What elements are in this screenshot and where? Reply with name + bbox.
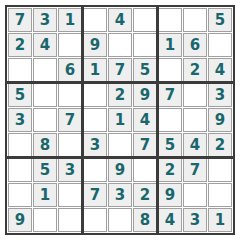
cell-r8c5: 3 <box>108 183 132 207</box>
cell-r2c9[interactable] <box>208 33 232 57</box>
box-divider-horizontal-1 <box>7 81 233 84</box>
cell-r4c5: 2 <box>108 83 132 107</box>
sudoku-page: 7314524916617524529733714983754253927173… <box>0 0 240 240</box>
cell-r7c6[interactable] <box>133 158 157 182</box>
cell-r2c2: 4 <box>33 33 57 57</box>
cell-r3c1[interactable] <box>8 58 32 82</box>
cell-r6c4: 3 <box>83 133 107 157</box>
cell-r4c4[interactable] <box>83 83 107 107</box>
cell-r7c5: 9 <box>108 158 132 182</box>
cell-r5c3: 7 <box>58 108 82 132</box>
cell-r9c9: 1 <box>208 208 232 232</box>
cell-r1c8[interactable] <box>183 8 207 32</box>
cell-r7c7: 2 <box>158 158 182 182</box>
cell-r1c7[interactable] <box>158 8 182 32</box>
cell-r8c3[interactable] <box>58 183 82 207</box>
cell-r5c8[interactable] <box>183 108 207 132</box>
cell-r2c8: 6 <box>183 33 207 57</box>
cell-r4c7: 7 <box>158 83 182 107</box>
cell-r6c6: 7 <box>133 133 157 157</box>
cell-r5c5: 1 <box>108 108 132 132</box>
cell-r6c3[interactable] <box>58 133 82 157</box>
sudoku-board: 7314524916617524529733714983754253927173… <box>5 5 235 235</box>
cell-r9c3[interactable] <box>58 208 82 232</box>
cell-r4c6: 9 <box>133 83 157 107</box>
cell-r6c8: 4 <box>183 133 207 157</box>
cell-r7c8: 7 <box>183 158 207 182</box>
cell-r1c6[interactable] <box>133 8 157 32</box>
cell-r9c2[interactable] <box>33 208 57 232</box>
cell-r2c7: 1 <box>158 33 182 57</box>
cell-r6c7: 5 <box>158 133 182 157</box>
cell-r5c2[interactable] <box>33 108 57 132</box>
cell-r3c3: 6 <box>58 58 82 82</box>
cell-r1c4[interactable] <box>83 8 107 32</box>
cell-r3c8: 2 <box>183 58 207 82</box>
cell-r4c2[interactable] <box>33 83 57 107</box>
cell-r1c9: 5 <box>208 8 232 32</box>
cell-r7c9[interactable] <box>208 158 232 182</box>
cell-r3c6: 5 <box>133 58 157 82</box>
cell-r7c1[interactable] <box>8 158 32 182</box>
cell-r3c4: 1 <box>83 58 107 82</box>
cell-r5c6: 4 <box>133 108 157 132</box>
cell-r3c5: 7 <box>108 58 132 82</box>
cell-r2c4: 9 <box>83 33 107 57</box>
cell-r3c2[interactable] <box>33 58 57 82</box>
cell-r9c4[interactable] <box>83 208 107 232</box>
cell-r9c6: 8 <box>133 208 157 232</box>
cell-r4c8[interactable] <box>183 83 207 107</box>
cell-r1c3: 1 <box>58 8 82 32</box>
cell-r2c1: 2 <box>8 33 32 57</box>
cell-r3c9: 4 <box>208 58 232 82</box>
cell-r1c1: 7 <box>8 8 32 32</box>
cell-r8c6: 2 <box>133 183 157 207</box>
box-divider-horizontal-2 <box>7 156 233 159</box>
cell-r6c1[interactable] <box>8 133 32 157</box>
cell-r9c8: 3 <box>183 208 207 232</box>
cell-r7c4[interactable] <box>83 158 107 182</box>
cell-r6c9: 2 <box>208 133 232 157</box>
cell-r4c9: 3 <box>208 83 232 107</box>
cell-r5c7[interactable] <box>158 108 182 132</box>
cell-r2c5[interactable] <box>108 33 132 57</box>
box-divider-vertical-1 <box>81 7 84 233</box>
cell-r9c1: 9 <box>8 208 32 232</box>
cell-r7c2: 5 <box>33 158 57 182</box>
cell-r4c1: 5 <box>8 83 32 107</box>
cell-r9c5[interactable] <box>108 208 132 232</box>
cell-r8c1[interactable] <box>8 183 32 207</box>
box-divider-vertical-2 <box>156 7 159 233</box>
cell-r2c6[interactable] <box>133 33 157 57</box>
cell-r9c7: 4 <box>158 208 182 232</box>
cell-r6c5[interactable] <box>108 133 132 157</box>
cell-r5c9: 9 <box>208 108 232 132</box>
cell-r8c4: 7 <box>83 183 107 207</box>
cell-r5c1: 3 <box>8 108 32 132</box>
cell-r2c3[interactable] <box>58 33 82 57</box>
cell-r7c3: 3 <box>58 158 82 182</box>
cell-r5c4[interactable] <box>83 108 107 132</box>
cell-r1c5: 4 <box>108 8 132 32</box>
cell-r8c7: 9 <box>158 183 182 207</box>
cell-r8c8[interactable] <box>183 183 207 207</box>
cell-r8c9[interactable] <box>208 183 232 207</box>
cell-r1c2: 3 <box>33 8 57 32</box>
cell-r3c7[interactable] <box>158 58 182 82</box>
cell-r6c2: 8 <box>33 133 57 157</box>
cell-r4c3[interactable] <box>58 83 82 107</box>
cell-r8c2: 1 <box>33 183 57 207</box>
